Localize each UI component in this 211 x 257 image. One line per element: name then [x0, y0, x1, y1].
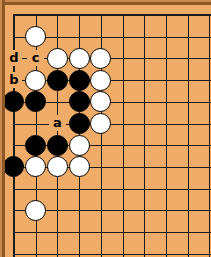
board-point: [25, 91, 47, 113]
board-point: [3, 134, 25, 156]
board-point: [198, 243, 211, 257]
board-point: [177, 156, 199, 178]
board-point: [3, 243, 25, 257]
board-point: [177, 134, 199, 156]
board-point: [112, 113, 134, 135]
board-point: [133, 178, 155, 200]
point-label-b: b: [5, 72, 22, 88]
white-stone: [25, 156, 46, 177]
board-point: [25, 134, 47, 156]
white-stone: [47, 156, 68, 177]
board-point: [47, 91, 69, 113]
board-point: [3, 221, 25, 243]
board-points: dcba: [3, 4, 211, 257]
board-point: [155, 113, 177, 135]
black-stone: [47, 70, 68, 91]
board-point: [3, 199, 25, 221]
black-stone: [47, 135, 68, 156]
board-edge-shadow-top: [0, 0, 211, 5]
board-point: [155, 178, 177, 200]
board-point: [133, 4, 155, 26]
board-point: [68, 113, 90, 135]
black-stone: [25, 135, 46, 156]
board-point: [25, 113, 47, 135]
board-point: [68, 178, 90, 200]
board-point: [155, 26, 177, 48]
black-stone: [69, 113, 90, 134]
board-point: [112, 156, 134, 178]
board-point: [25, 26, 47, 48]
board-point: [68, 243, 90, 257]
board-point: [198, 69, 211, 91]
board-point: [155, 91, 177, 113]
board-point: [90, 199, 112, 221]
board-point: [177, 243, 199, 257]
board-point: [68, 4, 90, 26]
board-point: [68, 156, 90, 178]
board-point: [47, 134, 69, 156]
board-point: [3, 4, 25, 26]
board-point: [90, 26, 112, 48]
board-point: [25, 156, 47, 178]
board-point: [3, 113, 25, 135]
white-stone: [25, 70, 46, 91]
board-point: [47, 4, 69, 26]
board-point: [133, 134, 155, 156]
board-point: [177, 48, 199, 70]
white-stone: [90, 70, 111, 91]
board-point: [25, 243, 47, 257]
board-point: [198, 91, 211, 113]
board-point: [155, 69, 177, 91]
board-point: [25, 69, 47, 91]
board-point: [47, 178, 69, 200]
black-stone: [69, 91, 90, 112]
board-point: [47, 26, 69, 48]
board-point: [112, 26, 134, 48]
board-point: [133, 243, 155, 257]
black-stone: [3, 156, 24, 177]
board-point: [90, 48, 112, 70]
board-point: [112, 134, 134, 156]
board-point: [198, 178, 211, 200]
board-point: [3, 91, 25, 113]
black-stone: [3, 91, 24, 112]
board-point: [90, 113, 112, 135]
go-board-diagram: dcba: [0, 0, 211, 257]
board-point: [3, 156, 25, 178]
white-stone: [69, 48, 90, 69]
board-point: [47, 48, 69, 70]
board-point: [198, 4, 211, 26]
board-point: [177, 4, 199, 26]
board-point: [155, 134, 177, 156]
board-point: [133, 91, 155, 113]
board-point: [47, 156, 69, 178]
board-point: [90, 91, 112, 113]
board-point: [112, 69, 134, 91]
white-stone: [69, 135, 90, 156]
board-point: [112, 178, 134, 200]
white-stone: [47, 48, 68, 69]
board-point: [3, 178, 25, 200]
white-stone: [69, 156, 90, 177]
board-point: [177, 91, 199, 113]
board-point: [155, 156, 177, 178]
board-point: [155, 48, 177, 70]
board-point: [90, 69, 112, 91]
white-stone: [90, 113, 111, 134]
board-point: [25, 4, 47, 26]
point-label-c: c: [27, 50, 44, 66]
board-point: [198, 221, 211, 243]
white-stone: [25, 26, 46, 47]
board-point: d: [3, 48, 25, 70]
board-point: [90, 134, 112, 156]
white-stone: [90, 48, 111, 69]
board-point: [90, 243, 112, 257]
board-point: [155, 221, 177, 243]
board-point: [112, 221, 134, 243]
board-point: [90, 156, 112, 178]
board-point: [133, 156, 155, 178]
board-point: b: [3, 69, 25, 91]
board-point: [90, 221, 112, 243]
board-point: [68, 134, 90, 156]
board-point: [112, 243, 134, 257]
board-point: [68, 26, 90, 48]
board-point: [198, 199, 211, 221]
board-point: [133, 69, 155, 91]
board-point: [112, 48, 134, 70]
board-point: c: [25, 48, 47, 70]
black-stone: [69, 70, 90, 91]
board-point: [133, 221, 155, 243]
point-label-d: d: [5, 50, 22, 66]
board-point: [177, 26, 199, 48]
board-point: a: [47, 113, 69, 135]
board-point: [3, 26, 25, 48]
board-edge-shadow-left: [0, 0, 5, 257]
board-point: [198, 113, 211, 135]
board-point: [90, 4, 112, 26]
black-stone: [25, 91, 46, 112]
board-point: [198, 156, 211, 178]
board-point: [177, 178, 199, 200]
board-point: [155, 199, 177, 221]
board-point: [112, 199, 134, 221]
board-point: [177, 69, 199, 91]
board-point: [68, 48, 90, 70]
board-point: [198, 48, 211, 70]
board-point: [112, 4, 134, 26]
board-point: [155, 243, 177, 257]
board-point: [133, 199, 155, 221]
board-point: [90, 178, 112, 200]
board-point: [198, 26, 211, 48]
board-point: [198, 134, 211, 156]
white-stone: [90, 91, 111, 112]
board-point: [47, 243, 69, 257]
board-point: [133, 113, 155, 135]
board-point: [112, 91, 134, 113]
board-point: [177, 199, 199, 221]
board-point: [25, 199, 47, 221]
point-label-a: a: [49, 115, 66, 131]
board-point: [25, 178, 47, 200]
board-point: [133, 48, 155, 70]
board-point: [68, 199, 90, 221]
board-point: [177, 113, 199, 135]
board-point: [25, 221, 47, 243]
board-point: [68, 69, 90, 91]
board-point: [177, 221, 199, 243]
board-point: [47, 221, 69, 243]
board-point: [47, 69, 69, 91]
board-point: [68, 91, 90, 113]
board-point: [47, 199, 69, 221]
board-point: [133, 26, 155, 48]
white-stone: [25, 200, 46, 221]
board-point: [155, 4, 177, 26]
board-point: [68, 221, 90, 243]
